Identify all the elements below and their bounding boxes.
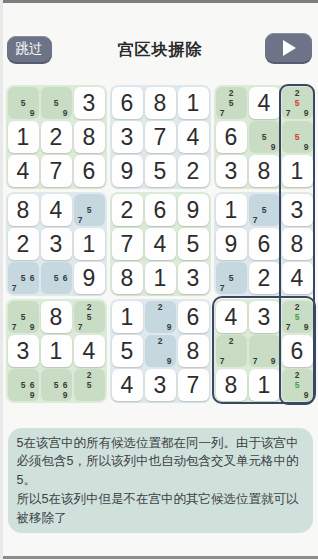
box-5: 269745813 — [110, 192, 211, 296]
candidate-2: 2 — [156, 302, 165, 312]
cell-r1c6[interactable]: 1 — [178, 87, 209, 119]
cell-r6c6[interactable]: 3 — [178, 262, 209, 294]
cell-r6c7[interactable]: 57 — [216, 262, 247, 294]
box-1: 59593128476 — [6, 85, 107, 189]
cell-r6c5[interactable]: 1 — [145, 262, 176, 294]
candidate-9: 9 — [165, 322, 174, 332]
candidate-7: 7 — [76, 322, 85, 332]
explanation-line-2: 所以5在该列中但是不在宫中的其它候选位置就可以被移除了 — [17, 490, 304, 528]
cell-r3c9[interactable]: 1 — [282, 155, 313, 187]
cell-r4c4[interactable]: 2 — [112, 194, 143, 226]
cell-r2c9[interactable]: 59 — [282, 121, 313, 153]
cell-r8c8[interactable]: 79 — [249, 335, 280, 367]
candidate-5: 5 — [52, 380, 61, 390]
explanation-panel: 5在该宫中的所有候选位置都在同一列。由于该宫中必须包含5，所以该列中也自动包含交… — [8, 428, 313, 533]
cell-r4c5[interactable]: 6 — [145, 194, 176, 226]
candidate-5: 5 — [85, 380, 94, 390]
candidate-grid: 257 — [218, 88, 245, 118]
box-8: 12965298437 — [110, 299, 211, 403]
candidate-9: 9 — [302, 322, 311, 332]
cell-r3c7[interactable]: 3 — [216, 155, 247, 187]
cell-r8c2[interactable]: 1 — [41, 335, 72, 367]
cell-r9c6[interactable]: 7 — [178, 369, 209, 401]
candidate-2: 2 — [156, 336, 165, 346]
cell-r8c9[interactable]: 6 — [282, 335, 313, 367]
cell-r6c1[interactable]: 567 — [8, 262, 39, 294]
candidate-grid: 59 — [251, 122, 278, 152]
candidate-7: 7 — [218, 108, 227, 118]
cell-r9c4[interactable]: 4 — [112, 369, 143, 401]
candidate-grid: 59 — [284, 122, 311, 152]
cell-r4c1[interactable]: 8 — [8, 194, 39, 226]
cell-r5c6[interactable]: 5 — [178, 228, 209, 260]
cell-r7c2[interactable]: 8 — [41, 301, 72, 333]
candidate-7: 7 — [218, 356, 227, 366]
box-3: 2574257965959381 — [214, 85, 315, 189]
candidate-9: 9 — [61, 390, 70, 400]
cell-r7c4[interactable]: 1 — [112, 301, 143, 333]
candidate-grid: 59 — [43, 88, 70, 118]
play-button[interactable] — [265, 33, 312, 62]
candidate-9: 9 — [28, 322, 37, 332]
candidate-9: 9 — [269, 356, 278, 366]
candidate-7: 7 — [284, 322, 293, 332]
candidate-2: 2 — [227, 88, 236, 98]
cell-r7c6[interactable]: 6 — [178, 301, 209, 333]
app-screen: 跳过 宫区块摒除 5959312847668137495225742579659… — [3, 0, 318, 560]
cell-r9c2[interactable]: 569 — [41, 369, 72, 401]
cell-r6c3[interactable]: 9 — [74, 262, 105, 294]
cell-r4c8[interactable]: 57 — [249, 194, 280, 226]
cell-r1c7[interactable]: 257 — [216, 87, 247, 119]
candidate-5: 5 — [293, 98, 302, 108]
candidate-5: 5 — [227, 98, 236, 108]
explanation-line-1: 5在该宫中的所有候选位置都在同一列。由于该宫中必须包含5，所以该列中也自动包含交… — [17, 434, 304, 490]
candidate-7: 7 — [251, 215, 260, 225]
candidate-grid: 579 — [10, 302, 37, 332]
cell-r3c6[interactable]: 2 — [178, 155, 209, 187]
candidate-6: 6 — [61, 380, 70, 390]
candidate-5: 5 — [52, 273, 61, 283]
cell-r5c1[interactable]: 2 — [8, 228, 39, 260]
candidate-7: 7 — [76, 215, 85, 225]
cell-r9c3[interactable]: 25 — [74, 369, 105, 401]
candidate-5: 5 — [227, 273, 236, 283]
candidate-grid: 57 — [218, 263, 245, 293]
cell-r5c3[interactable]: 1 — [74, 228, 105, 260]
candidate-7: 7 — [251, 356, 260, 366]
candidate-grid: 257 — [76, 302, 103, 332]
cell-r5c5[interactable]: 4 — [145, 228, 176, 260]
cell-r3c2[interactable]: 7 — [41, 155, 72, 187]
cell-r8c6[interactable]: 8 — [178, 335, 209, 367]
cell-r6c4[interactable]: 8 — [112, 262, 143, 294]
sudoku-board: 5959312847668137495225742579659593818457… — [6, 85, 315, 403]
candidate-5: 5 — [293, 312, 302, 322]
candidate-5: 5 — [85, 205, 94, 215]
candidate-5: 5 — [85, 312, 94, 322]
cell-r3c3[interactable]: 6 — [74, 155, 105, 187]
candidate-grid: 569 — [10, 370, 37, 400]
cell-r8c1[interactable]: 3 — [8, 335, 39, 367]
candidate-5: 5 — [260, 132, 269, 142]
box-2: 681374952 — [110, 85, 211, 189]
cell-r7c8[interactable]: 3 — [249, 301, 280, 333]
nav-bar — [3, 556, 318, 559]
cell-r1c9[interactable]: 2579 — [282, 87, 313, 119]
box-6: 15739685724 — [214, 192, 315, 296]
candidate-grid: 259 — [284, 370, 311, 400]
candidate-2: 2 — [293, 88, 302, 98]
candidate-grid: 2579 — [284, 302, 311, 332]
candidate-7: 7 — [10, 283, 19, 293]
candidate-5: 5 — [293, 380, 302, 390]
cell-r2c1[interactable]: 1 — [8, 121, 39, 153]
cell-r4c3[interactable]: 57 — [74, 194, 105, 226]
candidate-9: 9 — [165, 356, 174, 366]
cell-r2c4[interactable]: 3 — [112, 121, 143, 153]
candidate-7: 7 — [284, 108, 293, 118]
cell-r6c8[interactable]: 2 — [249, 262, 280, 294]
cell-r2c6[interactable]: 4 — [178, 121, 209, 153]
box-7: 579825731456956925 — [6, 299, 107, 403]
cell-r1c8[interactable]: 4 — [249, 87, 280, 119]
cell-r5c4[interactable]: 7 — [112, 228, 143, 260]
cell-r4c2[interactable]: 4 — [41, 194, 72, 226]
candidate-grid: 25 — [76, 370, 103, 400]
candidate-5: 5 — [19, 98, 28, 108]
cell-r1c3[interactable]: 3 — [74, 87, 105, 119]
candidate-9: 9 — [302, 142, 311, 152]
status-bar — [3, 0, 318, 3]
box-4: 8457231567569 — [6, 192, 107, 296]
candidate-grid: 29 — [147, 302, 174, 332]
candidate-2: 2 — [293, 370, 302, 380]
cell-r2c5[interactable]: 7 — [145, 121, 176, 153]
cell-r8c7[interactable]: 27 — [216, 335, 247, 367]
candidate-grid: 57 — [76, 195, 103, 225]
cell-r9c1[interactable]: 569 — [8, 369, 39, 401]
candidate-5: 5 — [260, 205, 269, 215]
cell-r8c5[interactable]: 29 — [145, 335, 176, 367]
play-icon — [283, 40, 296, 56]
cell-r5c9[interactable]: 8 — [282, 228, 313, 260]
candidate-grid: 59 — [10, 88, 37, 118]
candidate-6: 6 — [61, 273, 70, 283]
candidate-5: 5 — [293, 132, 302, 142]
cell-r1c2[interactable]: 59 — [41, 87, 72, 119]
candidate-grid: 56 — [43, 263, 70, 293]
cell-r1c4[interactable]: 6 — [112, 87, 143, 119]
cell-r2c3[interactable]: 8 — [74, 121, 105, 153]
candidate-5: 5 — [52, 98, 61, 108]
candidate-6: 6 — [28, 380, 37, 390]
candidate-2: 2 — [85, 302, 94, 312]
candidate-2: 2 — [85, 370, 94, 380]
cell-r4c9[interactable]: 3 — [282, 194, 313, 226]
cell-r7c5[interactable]: 29 — [145, 301, 176, 333]
cell-r7c7[interactable]: 4 — [216, 301, 247, 333]
cell-r6c2[interactable]: 56 — [41, 262, 72, 294]
cell-r5c8[interactable]: 6 — [249, 228, 280, 260]
cell-r2c7[interactable]: 6 — [216, 121, 247, 153]
cell-r8c4[interactable]: 5 — [112, 335, 143, 367]
cell-r4c7[interactable]: 1 — [216, 194, 247, 226]
cell-r8c3[interactable]: 4 — [74, 335, 105, 367]
candidate-9: 9 — [269, 142, 278, 152]
candidate-9: 9 — [28, 108, 37, 118]
cell-r9c7[interactable]: 8 — [216, 369, 247, 401]
candidate-grid: 79 — [251, 336, 278, 366]
candidate-6: 6 — [28, 273, 37, 283]
box-9: 4325792779681259 — [214, 299, 315, 403]
cell-r5c2[interactable]: 3 — [41, 228, 72, 260]
cell-r7c1[interactable]: 579 — [8, 301, 39, 333]
cell-r9c5[interactable]: 3 — [145, 369, 176, 401]
cell-r3c4[interactable]: 9 — [112, 155, 143, 187]
cell-r3c1[interactable]: 4 — [8, 155, 39, 187]
candidate-5: 5 — [19, 380, 28, 390]
candidate-grid: 27 — [218, 336, 245, 366]
candidate-2: 2 — [227, 336, 236, 346]
cell-r4c6[interactable]: 9 — [178, 194, 209, 226]
candidate-7: 7 — [218, 283, 227, 293]
candidate-5: 5 — [19, 273, 28, 283]
cell-r3c8[interactable]: 8 — [249, 155, 280, 187]
candidate-7: 7 — [10, 322, 19, 332]
cell-r6c9[interactable]: 4 — [282, 262, 313, 294]
cell-r2c2[interactable]: 2 — [41, 121, 72, 153]
candidate-9: 9 — [28, 390, 37, 400]
candidate-grid: 57 — [251, 195, 278, 225]
cell-r2c8[interactable]: 59 — [249, 121, 280, 153]
candidate-9: 9 — [302, 390, 311, 400]
cell-r7c9[interactable]: 2579 — [282, 301, 313, 333]
cell-r9c8[interactable]: 1 — [249, 369, 280, 401]
candidate-grid: 567 — [10, 263, 37, 293]
candidate-5: 5 — [19, 312, 28, 322]
cell-r1c5[interactable]: 8 — [145, 87, 176, 119]
candidate-2: 2 — [293, 302, 302, 312]
candidate-9: 9 — [302, 108, 311, 118]
cell-r7c3[interactable]: 257 — [74, 301, 105, 333]
cell-r3c5[interactable]: 5 — [145, 155, 176, 187]
candidate-grid: 29 — [147, 336, 174, 366]
candidate-grid: 2579 — [284, 88, 311, 118]
cell-r9c9[interactable]: 259 — [282, 369, 313, 401]
candidate-grid: 569 — [43, 370, 70, 400]
candidate-9: 9 — [61, 108, 70, 118]
cell-r5c7[interactable]: 9 — [216, 228, 247, 260]
cell-r1c1[interactable]: 59 — [8, 87, 39, 119]
